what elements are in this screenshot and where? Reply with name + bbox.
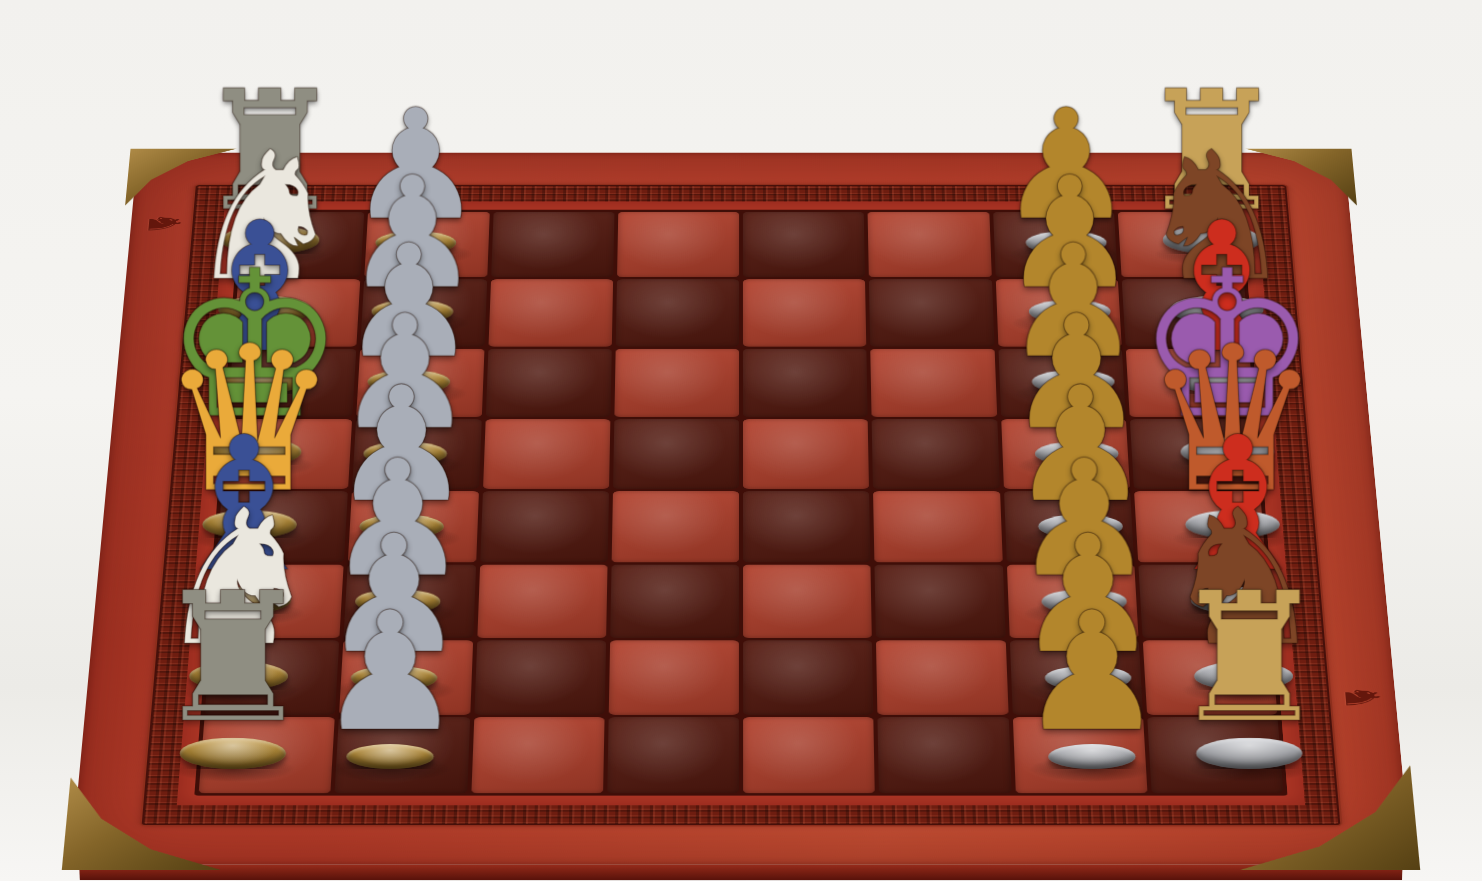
piece-base [1048,744,1135,769]
piece-right-pawn[interactable]: ♟ [998,544,1185,769]
piece-base [1196,737,1302,768]
piece-base [180,737,286,768]
chessboard: ♞ ♞ ♜♞♝♚♛♝♞♜♟♟♟♟♟♟♟♟♜♞♝♚♛♝♞♜♟♟♟♟♟♟♟♟ [71,153,1412,865]
piece-left-pawn[interactable]: ♟ [296,544,483,769]
rook-glyph: ♜ [153,569,314,748]
board-near-edge [79,865,1403,880]
piece-base [346,744,433,769]
photo-scene: ♞ ♞ ♜♞♝♚♛♝♞♜♟♟♟♟♟♟♟♟♜♞♝♚♛♝♞♜♟♟♟♟♟♟♟♟ [0,0,1482,881]
pawn-glyph: ♟ [1018,590,1166,755]
rook-glyph: ♜ [1168,569,1329,748]
pieces-layer: ♜♞♝♚♛♝♞♜♟♟♟♟♟♟♟♟♜♞♝♚♛♝♞♜♟♟♟♟♟♟♟♟ [194,210,1287,796]
pawn-glyph: ♟ [316,590,464,755]
